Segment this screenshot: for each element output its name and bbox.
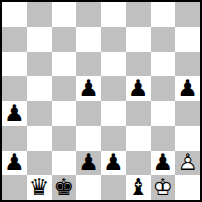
black-pawn: ♟ xyxy=(128,77,149,100)
white-pawn-outline: ♙ xyxy=(177,151,198,176)
square-f7[interactable] xyxy=(126,27,151,52)
square-g8[interactable] xyxy=(151,2,176,27)
square-h2[interactable]: ♟♙ xyxy=(175,151,200,176)
square-h3[interactable] xyxy=(175,126,200,151)
square-f6[interactable] xyxy=(126,52,151,77)
square-d8[interactable] xyxy=(76,2,101,27)
square-e1[interactable] xyxy=(101,175,126,200)
square-b7[interactable] xyxy=(27,27,52,52)
square-d1[interactable] xyxy=(76,175,101,200)
square-c5[interactable] xyxy=(52,76,77,101)
square-c7[interactable] xyxy=(52,27,77,52)
square-d3[interactable] xyxy=(76,126,101,151)
square-e2[interactable]: ♟ xyxy=(101,151,126,176)
white-king: ♚♔ xyxy=(153,176,174,199)
square-f2[interactable] xyxy=(126,151,151,176)
white-pawn: ♟♙ xyxy=(177,151,198,174)
square-f4[interactable] xyxy=(126,101,151,126)
square-g6[interactable] xyxy=(151,52,176,77)
square-f1[interactable]: ♝ xyxy=(126,175,151,200)
square-d5[interactable]: ♟ xyxy=(76,76,101,101)
square-h5[interactable]: ♟ xyxy=(175,76,200,101)
square-a8[interactable] xyxy=(2,2,27,27)
black-pawn: ♟ xyxy=(78,151,99,174)
black-pawn: ♟ xyxy=(103,151,124,174)
black-pawn: ♟ xyxy=(4,102,25,125)
square-a2[interactable]: ♟ xyxy=(2,151,27,176)
square-h1[interactable] xyxy=(175,175,200,200)
square-e7[interactable] xyxy=(101,27,126,52)
square-c4[interactable] xyxy=(52,101,77,126)
square-d2[interactable]: ♟ xyxy=(76,151,101,176)
square-a7[interactable] xyxy=(2,27,27,52)
square-g1[interactable]: ♚♔ xyxy=(151,175,176,200)
black-queen: ♛ xyxy=(29,176,50,199)
square-f8[interactable] xyxy=(126,2,151,27)
square-a4[interactable]: ♟ xyxy=(2,101,27,126)
square-h8[interactable] xyxy=(175,2,200,27)
square-d4[interactable] xyxy=(76,101,101,126)
square-b3[interactable] xyxy=(27,126,52,151)
square-c2[interactable] xyxy=(52,151,77,176)
black-bishop: ♝ xyxy=(128,176,149,199)
square-g7[interactable] xyxy=(151,27,176,52)
black-pawn: ♟ xyxy=(153,151,174,174)
square-b1[interactable]: ♛ xyxy=(27,175,52,200)
square-b5[interactable] xyxy=(27,76,52,101)
square-a1[interactable] xyxy=(2,175,27,200)
square-d6[interactable] xyxy=(76,52,101,77)
square-e3[interactable] xyxy=(101,126,126,151)
square-a3[interactable] xyxy=(2,126,27,151)
square-a5[interactable] xyxy=(2,76,27,101)
black-king: ♚ xyxy=(54,176,75,199)
square-h6[interactable] xyxy=(175,52,200,77)
square-g2[interactable]: ♟ xyxy=(151,151,176,176)
square-h4[interactable] xyxy=(175,101,200,126)
square-c6[interactable] xyxy=(52,52,77,77)
square-e5[interactable] xyxy=(101,76,126,101)
square-a6[interactable] xyxy=(2,52,27,77)
square-f5[interactable]: ♟ xyxy=(126,76,151,101)
square-h7[interactable] xyxy=(175,27,200,52)
square-d7[interactable] xyxy=(76,27,101,52)
square-c8[interactable] xyxy=(52,2,77,27)
chess-board: ♟♟♟♟♟♟♟♟♟♙♛♚♝♚♔ xyxy=(2,2,200,200)
square-g5[interactable] xyxy=(151,76,176,101)
black-pawn: ♟ xyxy=(177,77,198,100)
square-e6[interactable] xyxy=(101,52,126,77)
black-pawn: ♟ xyxy=(78,77,99,100)
square-e8[interactable] xyxy=(101,2,126,27)
square-b6[interactable] xyxy=(27,52,52,77)
black-pawn: ♟ xyxy=(4,151,25,174)
square-b2[interactable] xyxy=(27,151,52,176)
square-b8[interactable] xyxy=(27,2,52,27)
square-g4[interactable] xyxy=(151,101,176,126)
square-b4[interactable] xyxy=(27,101,52,126)
square-e4[interactable] xyxy=(101,101,126,126)
white-king-outline: ♔ xyxy=(153,175,174,200)
chess-board-frame: ♟♟♟♟♟♟♟♟♟♙♛♚♝♚♔ xyxy=(0,0,202,202)
square-c3[interactable] xyxy=(52,126,77,151)
square-c1[interactable]: ♚ xyxy=(52,175,77,200)
square-g3[interactable] xyxy=(151,126,176,151)
square-f3[interactable] xyxy=(126,126,151,151)
